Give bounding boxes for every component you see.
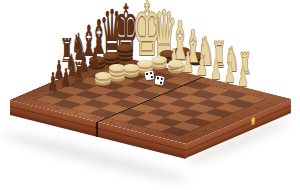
coord-right-H: H bbox=[186, 133, 201, 138]
light-checker-disc bbox=[151, 56, 167, 63]
light-pawn: ♟ bbox=[238, 64, 248, 90]
fold-gap-notch bbox=[96, 121, 98, 137]
dark-pawn: ♟ bbox=[48, 69, 58, 95]
coord-left-H: H bbox=[26, 93, 41, 98]
light-pawn: ♟ bbox=[182, 49, 193, 77]
coord-right-D: D bbox=[229, 115, 244, 120]
light-checker-disc bbox=[137, 60, 153, 67]
light-checker-disc bbox=[109, 64, 125, 71]
light-pawn: ♟ bbox=[211, 56, 222, 83]
dark-rook: ♜ bbox=[73, 59, 84, 87]
chess-set-product-photo: 11AA22BB33CC44DD55EE66FF77GG88HH ♚♛♝♝♞♜♟… bbox=[0, 0, 300, 190]
dark-checker-disc bbox=[103, 52, 119, 59]
coord-right-E: E bbox=[218, 119, 233, 124]
die bbox=[144, 70, 154, 80]
dark-checker-disc bbox=[117, 44, 133, 51]
light-checker-disc bbox=[123, 64, 139, 71]
dark-pawn: ♟ bbox=[61, 65, 71, 91]
coord-right-C: C bbox=[239, 110, 254, 115]
light-checker-disc bbox=[95, 72, 111, 79]
dark-pawn: ♟ bbox=[89, 45, 100, 73]
light-pawn: ♟ bbox=[225, 59, 236, 86]
coord-right-B: B bbox=[250, 106, 265, 111]
coord-right-A: A bbox=[261, 101, 276, 106]
brass-clasp bbox=[251, 116, 255, 126]
coord-right-F: F bbox=[207, 124, 222, 129]
coord-right-G: G bbox=[196, 129, 211, 134]
light-pawn: ♟ bbox=[196, 52, 207, 80]
die bbox=[154, 75, 165, 86]
